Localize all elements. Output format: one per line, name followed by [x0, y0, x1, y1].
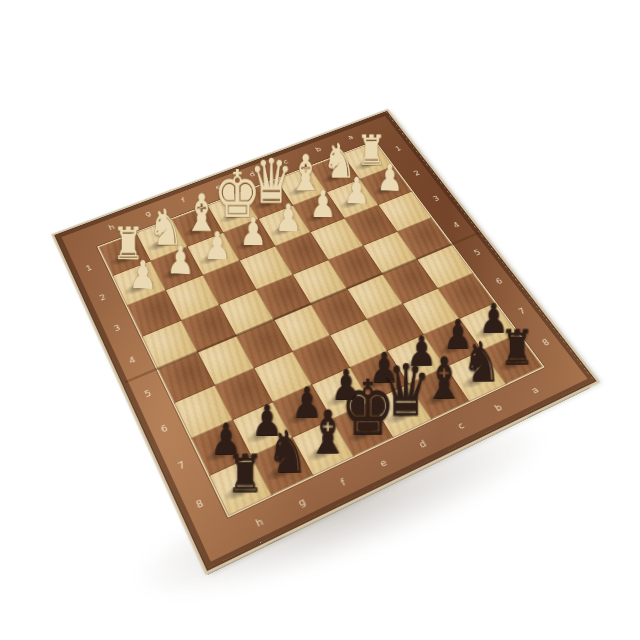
- rank-label-left-6: 6: [160, 424, 170, 434]
- file-label-bottom-a: a: [530, 386, 540, 396]
- file-label-bottom-c: c: [456, 421, 466, 431]
- product-photo-canvas: 11hh22gg33ff44ee55dd66cc77bb88aa♜♞♝♚♛♝♞♜…: [0, 0, 640, 640]
- rank-label-right-3: 3: [432, 195, 441, 203]
- rank-label-left-1: 1: [85, 264, 93, 272]
- rank-label-left-2: 2: [98, 293, 106, 302]
- file-label-bottom-e: e: [379, 458, 389, 469]
- rank-label-left-3: 3: [113, 324, 122, 333]
- chess-board: 11hh22gg33ff44ee55dd66cc77bb88aa♜♞♝♚♛♝♞♜…: [54, 111, 593, 568]
- rank-label-left-4: 4: [128, 356, 137, 366]
- rank-label-left-8: 8: [195, 498, 205, 509]
- black-rook-h8[interactable]: ♜: [211, 397, 279, 492]
- board-face: 11hh22gg33ff44ee55dd66cc77bb88aa♜♞♝♚♛♝♞♜…: [54, 111, 596, 571]
- file-label-bottom-h: h: [255, 517, 265, 529]
- file-label-bottom-d: d: [418, 439, 428, 450]
- scene: 11hh22gg33ff44ee55dd66cc77bb88aa♜♞♝♚♛♝♞♜…: [0, 0, 640, 640]
- rank-label-right-4: 4: [452, 221, 461, 229]
- rank-label-left-7: 7: [177, 460, 187, 471]
- black-rook-glyph: ♜: [226, 448, 263, 500]
- file-label-bottom-g: g: [297, 497, 307, 508]
- file-label-bottom-b: b: [494, 403, 505, 413]
- rank-label-left-5: 5: [143, 389, 152, 399]
- file-label-bottom-f: f: [339, 478, 347, 488]
